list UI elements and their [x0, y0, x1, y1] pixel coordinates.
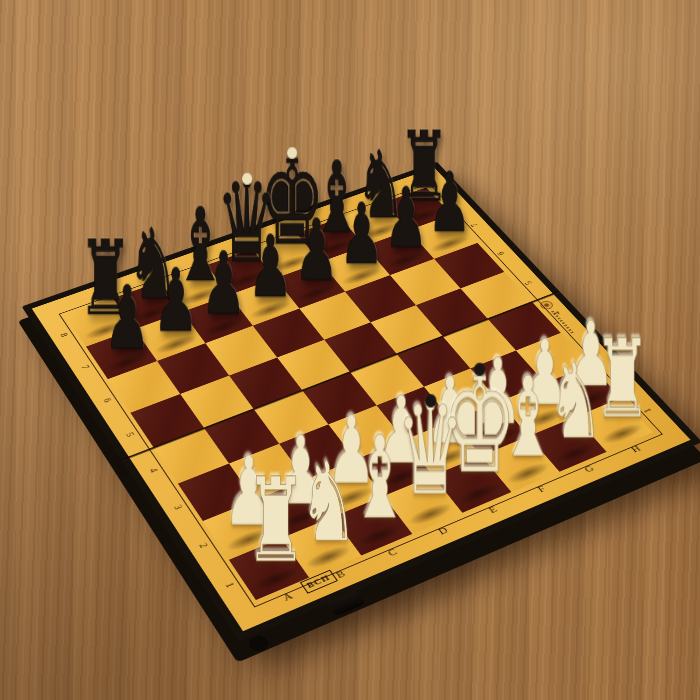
black-pawn-glyph: ♟ — [104, 274, 151, 362]
black-pawn-glyph: ♟ — [339, 192, 384, 276]
black-pawn-glyph: ♟ — [153, 257, 199, 344]
contrasting-finial-icon — [287, 147, 297, 159]
wood-table-background: ABCDEFGH 87654321 87654321 ВСП ♜♞♝♛♚♝♞♜♟… — [0, 0, 700, 700]
contrasting-finial-icon — [242, 173, 252, 185]
black-pawn-glyph: ♟ — [428, 161, 472, 243]
contrasting-finial-icon — [474, 363, 485, 376]
black-pawn-glyph: ♟ — [384, 177, 428, 260]
black-pawn-glyph: ♟ — [201, 241, 247, 327]
white-bishop-glyph: ♝ — [350, 422, 411, 536]
white-knight-glyph: ♞ — [299, 447, 358, 557]
black-pawn-glyph: ♟ — [294, 208, 339, 293]
white-rook-glyph: ♜ — [245, 463, 307, 579]
contrasting-finial-icon — [425, 394, 436, 407]
black-pawn-glyph: ♟ — [248, 224, 294, 309]
